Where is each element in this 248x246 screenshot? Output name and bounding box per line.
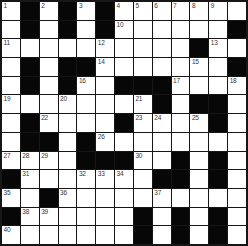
clue-number-31: 31 <box>22 170 29 178</box>
cell-r3c7[interactable] <box>115 39 133 57</box>
cell-r4c3[interactable] <box>40 58 58 76</box>
cell-r11c7[interactable] <box>115 189 133 207</box>
cell-r2c1[interactable] <box>2 21 20 39</box>
cell-r12c11[interactable] <box>190 208 208 226</box>
black-cell-r13c10 <box>172 226 190 244</box>
black-cell-r6c11 <box>190 95 208 113</box>
clue-number-24: 24 <box>154 114 161 122</box>
cell-r11c4[interactable]: 36 <box>59 189 77 207</box>
cell-r10c3[interactable] <box>40 170 58 188</box>
black-cell-r10c10 <box>172 170 190 188</box>
black-cell-r1c6 <box>96 2 114 20</box>
cell-r11c8[interactable] <box>134 189 152 207</box>
black-cell-r9c5 <box>77 152 95 170</box>
cell-r4c9[interactable] <box>153 58 171 76</box>
cell-r4c12[interactable] <box>209 58 227 76</box>
cell-r2c10[interactable] <box>172 21 190 39</box>
cell-r3c3[interactable] <box>40 39 58 57</box>
cell-r2c3[interactable] <box>40 21 58 39</box>
black-cell-r4c2 <box>21 58 39 76</box>
cell-r1c13[interactable] <box>228 2 246 20</box>
cell-r7c1[interactable] <box>2 114 20 132</box>
cell-r13c4[interactable] <box>59 226 77 244</box>
cell-r11c10[interactable] <box>172 189 190 207</box>
cell-r12c3[interactable]: 39 <box>40 208 58 226</box>
cell-r9c1[interactable]: 27 <box>2 152 20 170</box>
cell-r3c4[interactable] <box>59 39 77 57</box>
cell-r6c7[interactable] <box>115 95 133 113</box>
cell-r6c4[interactable]: 20 <box>59 95 77 113</box>
cell-r7c9[interactable]: 24 <box>153 114 171 132</box>
black-cell-r9c12 <box>209 152 227 170</box>
black-cell-r5c2 <box>21 77 39 95</box>
cell-r5c13[interactable]: 18 <box>228 77 246 95</box>
clue-number-3: 3 <box>79 2 82 10</box>
cell-r8c11[interactable] <box>190 133 208 151</box>
cell-r7c13[interactable] <box>228 114 246 132</box>
cell-r12c4[interactable] <box>59 208 77 226</box>
black-cell-r5c8 <box>134 77 152 95</box>
cell-r3c9[interactable] <box>153 39 171 57</box>
cell-r7c5[interactable] <box>77 114 95 132</box>
cell-r6c5[interactable] <box>77 95 95 113</box>
black-cell-r5c9 <box>153 77 171 95</box>
cell-r4c10[interactable] <box>172 58 190 76</box>
cell-r5c11[interactable] <box>190 77 208 95</box>
clue-number-2: 2 <box>41 2 44 10</box>
cell-r12c2[interactable]: 38 <box>21 208 39 226</box>
cell-r4c7[interactable] <box>115 58 133 76</box>
cell-r2c9[interactable] <box>153 21 171 39</box>
cell-r3c8[interactable] <box>134 39 152 57</box>
black-cell-r7c12 <box>209 114 227 132</box>
clue-number-29: 29 <box>41 152 48 160</box>
clue-number-16: 16 <box>79 77 86 85</box>
cell-r3c10[interactable] <box>172 39 190 57</box>
clue-number-21: 21 <box>135 95 142 103</box>
cell-r12c13[interactable] <box>228 208 246 226</box>
cell-r9c8[interactable]: 30 <box>134 152 152 170</box>
cell-r5c10[interactable]: 17 <box>172 77 190 95</box>
clue-number-13: 13 <box>211 39 218 47</box>
black-cell-r9c10 <box>172 152 190 170</box>
clue-number-1: 1 <box>4 2 7 10</box>
cell-r12c5[interactable] <box>77 208 95 226</box>
cell-r9c13[interactable] <box>228 152 246 170</box>
black-cell-r2c2 <box>21 21 39 39</box>
clue-number-34: 34 <box>117 170 124 178</box>
cell-r6c10[interactable] <box>172 95 190 113</box>
cell-r1c1[interactable]: 1 <box>2 2 20 20</box>
clue-number-22: 22 <box>41 114 48 122</box>
cell-r3c6[interactable]: 12 <box>96 39 114 57</box>
black-cell-r11c3 <box>40 189 58 207</box>
clue-number-35: 35 <box>4 189 11 197</box>
cell-r2c7[interactable]: 10 <box>115 21 133 39</box>
cell-r2c8[interactable] <box>134 21 152 39</box>
cell-r8c1[interactable] <box>2 133 20 151</box>
clue-number-25: 25 <box>192 114 199 122</box>
clue-number-26: 26 <box>98 133 105 141</box>
black-cell-r13c8 <box>134 226 152 244</box>
cell-r6c2[interactable] <box>21 95 39 113</box>
cell-r11c1[interactable]: 35 <box>2 189 20 207</box>
cell-r2c11[interactable] <box>190 21 208 39</box>
clue-number-20: 20 <box>60 95 67 103</box>
cell-r10c7[interactable]: 34 <box>115 170 133 188</box>
cell-r13c13[interactable] <box>228 226 246 244</box>
cell-r6c8[interactable]: 21 <box>134 95 152 113</box>
cell-r13c3[interactable] <box>40 226 58 244</box>
black-cell-r12c8 <box>134 208 152 226</box>
cell-r9c11[interactable] <box>190 152 208 170</box>
cell-r1c7[interactable]: 4 <box>115 2 133 20</box>
black-cell-r1c2 <box>21 2 39 20</box>
cell-r10c13[interactable] <box>228 170 246 188</box>
cell-r8c6[interactable]: 26 <box>96 133 114 151</box>
cell-r1c11[interactable]: 8 <box>190 2 208 20</box>
cell-r9c9[interactable] <box>153 152 171 170</box>
clue-number-30: 30 <box>135 152 142 160</box>
black-cell-r10c9 <box>153 170 171 188</box>
cell-r5c12[interactable] <box>209 77 227 95</box>
cell-r5c3[interactable] <box>40 77 58 95</box>
cell-r9c2[interactable]: 28 <box>21 152 39 170</box>
clue-number-4: 4 <box>117 2 120 10</box>
cell-r1c10[interactable]: 7 <box>172 2 190 20</box>
black-cell-r6c9 <box>153 95 171 113</box>
cell-r3c5[interactable] <box>77 39 95 57</box>
clue-number-7: 7 <box>173 2 176 10</box>
crossword-grid: 1234567891011121314151617181920212223242… <box>0 0 248 246</box>
cell-r3c2[interactable] <box>21 39 39 57</box>
cell-r5c6[interactable] <box>96 77 114 95</box>
cell-r10c5[interactable]: 32 <box>77 170 95 188</box>
cell-r13c2[interactable] <box>21 226 39 244</box>
black-cell-r9c6 <box>96 152 114 170</box>
black-cell-r13c12 <box>209 226 227 244</box>
cell-r8c8[interactable] <box>134 133 152 151</box>
black-cell-r8c2 <box>21 133 39 151</box>
cell-r11c11[interactable] <box>190 189 208 207</box>
cell-r6c13[interactable] <box>228 95 246 113</box>
black-cell-r8c3 <box>40 133 58 151</box>
cell-r10c4[interactable] <box>59 170 77 188</box>
black-cell-r10c1 <box>2 170 20 188</box>
cell-r1c5[interactable]: 3 <box>77 2 95 20</box>
clue-number-27: 27 <box>4 152 11 160</box>
black-cell-r3c11 <box>190 39 208 57</box>
cell-r7c6[interactable] <box>96 114 114 132</box>
black-cell-r2c13 <box>228 21 246 39</box>
cell-r13c6[interactable] <box>96 226 114 244</box>
clue-number-14: 14 <box>98 58 105 66</box>
cell-r8c9[interactable] <box>153 133 171 151</box>
black-cell-r9c7 <box>115 152 133 170</box>
cell-r8c10[interactable] <box>172 133 190 151</box>
cell-r8c13[interactable] <box>228 133 246 151</box>
cell-r11c9[interactable]: 37 <box>153 189 171 207</box>
cell-r1c12[interactable]: 9 <box>209 2 227 20</box>
cell-r6c6[interactable] <box>96 95 114 113</box>
cell-r5c5[interactable]: 16 <box>77 77 95 95</box>
cell-r12c9[interactable] <box>153 208 171 226</box>
clue-number-36: 36 <box>60 189 67 197</box>
cell-r11c6[interactable] <box>96 189 114 207</box>
cell-r5c1[interactable] <box>2 77 20 95</box>
black-cell-r2c4 <box>59 21 77 39</box>
clue-number-12: 12 <box>98 39 105 47</box>
black-cell-r4c5 <box>77 58 95 76</box>
cell-r13c9[interactable] <box>153 226 171 244</box>
clue-number-15: 15 <box>192 58 199 66</box>
cell-r13c5[interactable] <box>77 226 95 244</box>
black-cell-r12c10 <box>172 208 190 226</box>
cell-r8c7[interactable] <box>115 133 133 151</box>
black-cell-r7c7 <box>115 114 133 132</box>
black-cell-r8c5 <box>77 133 95 151</box>
clue-number-8: 8 <box>192 2 195 10</box>
cell-r10c8[interactable] <box>134 170 152 188</box>
black-cell-r4c13 <box>228 58 246 76</box>
clue-number-9: 9 <box>211 2 214 10</box>
cell-r7c11[interactable]: 25 <box>190 114 208 132</box>
clue-number-19: 19 <box>4 95 11 103</box>
black-cell-r7c2 <box>21 114 39 132</box>
cell-r10c11[interactable] <box>190 170 208 188</box>
clue-number-37: 37 <box>154 189 161 197</box>
cell-r11c12[interactable] <box>209 189 227 207</box>
clue-number-5: 5 <box>135 2 138 10</box>
cell-r2c12[interactable] <box>209 21 227 39</box>
clue-number-33: 33 <box>98 170 105 178</box>
cell-r12c7[interactable] <box>115 208 133 226</box>
black-cell-r4c4 <box>59 58 77 76</box>
clue-number-6: 6 <box>154 2 157 10</box>
cell-r7c4[interactable] <box>59 114 77 132</box>
clue-number-23: 23 <box>135 114 142 122</box>
cell-r4c1[interactable] <box>2 58 20 76</box>
clue-number-17: 17 <box>173 77 180 85</box>
cell-r6c3[interactable] <box>40 95 58 113</box>
black-cell-r2c6 <box>96 21 114 39</box>
cell-r7c8[interactable]: 23 <box>134 114 152 132</box>
cell-r3c1[interactable]: 11 <box>2 39 20 57</box>
black-cell-r1c4 <box>59 2 77 20</box>
cell-r3c12[interactable]: 13 <box>209 39 227 57</box>
cell-r6c1[interactable]: 19 <box>2 95 20 113</box>
cell-r8c12[interactable] <box>209 133 227 151</box>
cell-r7c3[interactable]: 22 <box>40 114 58 132</box>
clue-number-11: 11 <box>4 39 10 47</box>
black-cell-r10c12 <box>209 170 227 188</box>
cell-r10c6[interactable]: 33 <box>96 170 114 188</box>
clue-number-18: 18 <box>230 77 237 85</box>
clue-number-40: 40 <box>4 226 11 234</box>
black-cell-r12c12 <box>209 208 227 226</box>
cell-r13c7[interactable] <box>115 226 133 244</box>
cell-r11c5[interactable] <box>77 189 95 207</box>
clue-number-28: 28 <box>22 152 29 160</box>
clue-number-38: 38 <box>22 208 29 216</box>
black-cell-r6c12 <box>209 95 227 113</box>
cell-r10c2[interactable]: 31 <box>21 170 39 188</box>
cell-r4c8[interactable] <box>134 58 152 76</box>
cell-r7c10[interactable] <box>172 114 190 132</box>
cell-r1c3[interactable]: 2 <box>40 2 58 20</box>
clue-number-32: 32 <box>79 170 86 178</box>
cell-r9c4[interactable] <box>59 152 77 170</box>
cell-r8c4[interactable] <box>59 133 77 151</box>
black-cell-r5c4 <box>59 77 77 95</box>
cell-r3c13[interactable] <box>228 39 246 57</box>
cell-r11c2[interactable] <box>21 189 39 207</box>
cell-r13c11[interactable] <box>190 226 208 244</box>
cell-r4c6[interactable]: 14 <box>96 58 114 76</box>
cell-r2c5[interactable] <box>77 21 95 39</box>
cell-r1c8[interactable]: 5 <box>134 2 152 20</box>
cell-r4c11[interactable]: 15 <box>190 58 208 76</box>
cell-r11c13[interactable] <box>228 189 246 207</box>
cell-r13c1[interactable]: 40 <box>2 226 20 244</box>
black-cell-r12c1 <box>2 208 20 226</box>
cell-r12c6[interactable] <box>96 208 114 226</box>
clue-number-10: 10 <box>117 21 124 29</box>
cell-r1c9[interactable]: 6 <box>153 2 171 20</box>
black-cell-r5c7 <box>115 77 133 95</box>
cell-r9c3[interactable]: 29 <box>40 152 58 170</box>
clue-number-39: 39 <box>41 208 48 216</box>
